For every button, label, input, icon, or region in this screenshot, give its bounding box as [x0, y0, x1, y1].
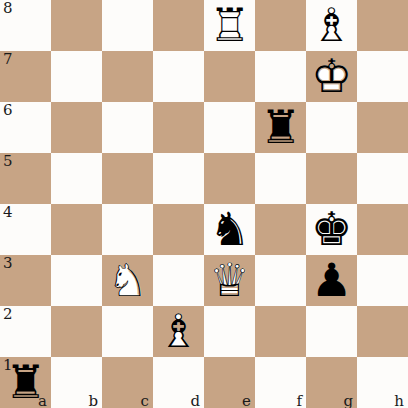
square-b4[interactable]: [51, 204, 102, 255]
square-b6[interactable]: [51, 102, 102, 153]
square-b5[interactable]: [51, 153, 102, 204]
piece-outline-glyph: ♖: [204, 0, 255, 51]
square-g8[interactable]: ♝♗: [306, 0, 357, 51]
square-d3[interactable]: [153, 255, 204, 306]
piece-glyph: ♚: [306, 204, 357, 255]
rank-label-5: 5: [3, 153, 13, 170]
rank-label-2: 2: [3, 306, 13, 323]
square-h6[interactable]: [357, 102, 408, 153]
square-d1[interactable]: d: [153, 357, 204, 408]
piece-outline-glyph: ♗: [306, 0, 357, 51]
square-a7[interactable]: 7: [0, 51, 51, 102]
square-d2[interactable]: ♝♗: [153, 306, 204, 357]
square-g7[interactable]: ♚♔: [306, 51, 357, 102]
square-a4[interactable]: 4: [0, 204, 51, 255]
file-label-c: c: [141, 392, 149, 408]
square-c4[interactable]: [102, 204, 153, 255]
black-rook[interactable]: ♜: [0, 357, 51, 408]
square-b1[interactable]: b: [51, 357, 102, 408]
square-h1[interactable]: h: [357, 357, 408, 408]
square-g4[interactable]: ♚: [306, 204, 357, 255]
rank-label-8: 8: [3, 0, 13, 17]
square-h4[interactable]: [357, 204, 408, 255]
piece-outline-glyph: ♗: [153, 306, 204, 357]
square-a1[interactable]: 1a♜: [0, 357, 51, 408]
square-h2[interactable]: [357, 306, 408, 357]
file-label-b: b: [88, 392, 98, 408]
square-b3[interactable]: [51, 255, 102, 306]
square-f7[interactable]: [255, 51, 306, 102]
square-b7[interactable]: [51, 51, 102, 102]
square-b2[interactable]: [51, 306, 102, 357]
square-h5[interactable]: [357, 153, 408, 204]
square-d4[interactable]: [153, 204, 204, 255]
square-f4[interactable]: [255, 204, 306, 255]
white-rook[interactable]: ♜♖: [204, 0, 255, 51]
white-king[interactable]: ♚♔: [306, 51, 357, 102]
square-f1[interactable]: f: [255, 357, 306, 408]
square-c6[interactable]: [102, 102, 153, 153]
piece-glyph: ♞: [204, 204, 255, 255]
white-bishop[interactable]: ♝♗: [153, 306, 204, 357]
chess-board: 8♜♖♝♗7♚♔6♜54♞♚3♞♘♛♕♟2♝♗1a♜bcdefgh: [0, 0, 408, 408]
file-label-d: d: [190, 392, 200, 408]
square-d6[interactable]: [153, 102, 204, 153]
square-c5[interactable]: [102, 153, 153, 204]
square-d7[interactable]: [153, 51, 204, 102]
square-e4[interactable]: ♞: [204, 204, 255, 255]
square-h8[interactable]: [357, 0, 408, 51]
piece-outline-glyph: ♔: [306, 51, 357, 102]
square-a6[interactable]: 6: [0, 102, 51, 153]
square-g2[interactable]: [306, 306, 357, 357]
square-e6[interactable]: [204, 102, 255, 153]
piece-glyph: ♜: [0, 357, 51, 408]
square-f6[interactable]: ♜: [255, 102, 306, 153]
square-a5[interactable]: 5: [0, 153, 51, 204]
square-e3[interactable]: ♛♕: [204, 255, 255, 306]
piece-glyph: ♜: [255, 102, 306, 153]
white-queen[interactable]: ♛♕: [204, 255, 255, 306]
square-h3[interactable]: [357, 255, 408, 306]
black-pawn[interactable]: ♟: [306, 255, 357, 306]
square-a2[interactable]: 2: [0, 306, 51, 357]
square-g6[interactable]: [306, 102, 357, 153]
square-e5[interactable]: [204, 153, 255, 204]
piece-outline-glyph: ♘: [102, 255, 153, 306]
square-f8[interactable]: [255, 0, 306, 51]
rank-label-3: 3: [3, 255, 13, 272]
rank-label-4: 4: [3, 204, 13, 221]
square-b8[interactable]: [51, 0, 102, 51]
rank-label-7: 7: [3, 51, 13, 68]
square-g3[interactable]: ♟: [306, 255, 357, 306]
file-label-e: e: [242, 392, 251, 408]
square-e8[interactable]: ♜♖: [204, 0, 255, 51]
file-label-g: g: [343, 392, 353, 408]
square-g5[interactable]: [306, 153, 357, 204]
square-c3[interactable]: ♞♘: [102, 255, 153, 306]
piece-glyph: ♟: [306, 255, 357, 306]
rank-label-6: 6: [3, 102, 13, 119]
file-label-h: h: [394, 392, 404, 408]
square-d8[interactable]: [153, 0, 204, 51]
white-bishop[interactable]: ♝♗: [306, 0, 357, 51]
square-c8[interactable]: [102, 0, 153, 51]
square-a8[interactable]: 8: [0, 0, 51, 51]
square-e2[interactable]: [204, 306, 255, 357]
black-king[interactable]: ♚: [306, 204, 357, 255]
square-f2[interactable]: [255, 306, 306, 357]
piece-outline-glyph: ♕: [204, 255, 255, 306]
black-knight[interactable]: ♞: [204, 204, 255, 255]
square-h7[interactable]: [357, 51, 408, 102]
square-e7[interactable]: [204, 51, 255, 102]
file-label-f: f: [296, 392, 302, 408]
square-e1[interactable]: e: [204, 357, 255, 408]
square-f5[interactable]: [255, 153, 306, 204]
black-rook[interactable]: ♜: [255, 102, 306, 153]
white-knight[interactable]: ♞♘: [102, 255, 153, 306]
square-c2[interactable]: [102, 306, 153, 357]
square-a3[interactable]: 3: [0, 255, 51, 306]
square-c7[interactable]: [102, 51, 153, 102]
square-c1[interactable]: c: [102, 357, 153, 408]
square-f3[interactable]: [255, 255, 306, 306]
square-g1[interactable]: g: [306, 357, 357, 408]
square-d5[interactable]: [153, 153, 204, 204]
